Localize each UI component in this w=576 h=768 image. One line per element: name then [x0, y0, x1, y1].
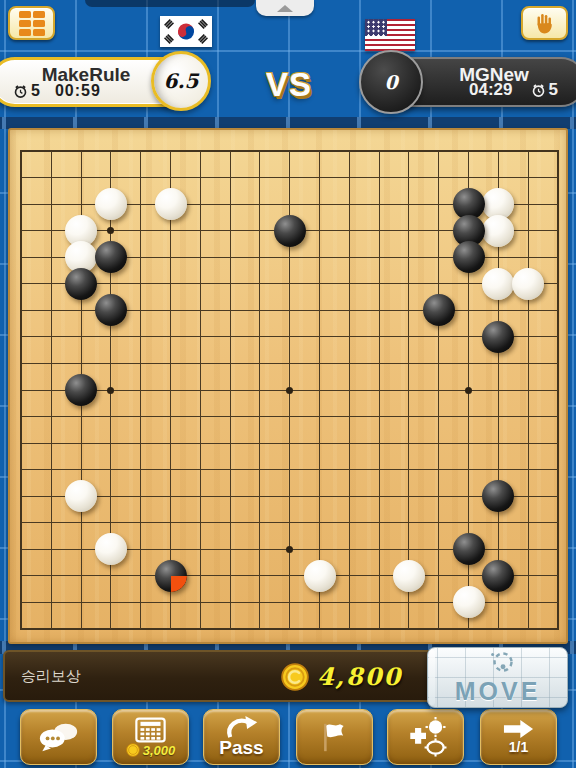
white-stone: [95, 188, 127, 220]
star-point: [465, 387, 472, 394]
plus-stones-icon: [404, 717, 448, 757]
star-point: [286, 387, 293, 394]
chat-bubbles-icon: [38, 721, 80, 754]
grid-menu-icon: [19, 11, 45, 36]
go-game-screen: MakeRule 5 00:59 6.5 VS MGNew 04:29 5 0 …: [0, 0, 576, 768]
raise-hand-button[interactable]: [521, 6, 568, 40]
komi-value: 6.5: [164, 69, 199, 93]
captures-badge: 0: [359, 50, 423, 114]
top-sheet-edge: [85, 0, 255, 7]
coin-icon: [126, 743, 140, 757]
white-stone: [453, 586, 485, 618]
menu-button[interactable]: [8, 6, 55, 40]
white-stone: [155, 188, 187, 220]
resign-button[interactable]: [296, 709, 373, 765]
pull-down-tab[interactable]: [256, 0, 314, 16]
add-stone-button[interactable]: [387, 709, 464, 765]
right-byoyomi-periods: 5: [549, 80, 558, 100]
black-stone: [482, 560, 514, 592]
komi-badge: 6.5: [151, 51, 211, 111]
forward-button[interactable]: 1/1: [480, 709, 557, 765]
alarm-clock-icon: [531, 83, 546, 98]
black-stone: [155, 560, 187, 592]
us-flag-canton: [365, 19, 387, 36]
black-stone: [423, 294, 455, 326]
reward-label: 승리보상: [21, 667, 81, 686]
white-stone: [482, 268, 514, 300]
move-indicator-panel[interactable]: MOVE: [427, 647, 568, 708]
black-stone: [95, 241, 127, 273]
coin-balance: 3,000: [126, 743, 176, 758]
south-korea-flag: [160, 16, 212, 47]
black-stone: [65, 374, 97, 406]
reward-amount: 4,800: [317, 662, 402, 691]
white-stone: [393, 560, 425, 592]
alarm-clock-icon: [13, 84, 28, 99]
right-player-clock: 04:29 5: [469, 80, 558, 100]
vs-label: VS: [250, 66, 328, 104]
black-stone: [95, 294, 127, 326]
left-byoyomi-periods: 5: [31, 82, 40, 100]
left-player-time: 00:59: [55, 82, 101, 100]
chat-button[interactable]: [20, 709, 97, 765]
move-label: MOVE: [428, 677, 567, 706]
right-player-time: 04:29: [469, 80, 512, 100]
white-stone: [482, 215, 514, 247]
black-stone: [453, 533, 485, 565]
calculator-icon: [135, 717, 166, 743]
white-flag-icon: [319, 720, 350, 755]
white-stone: [512, 268, 544, 300]
score-estimate-button[interactable]: 3,000: [112, 709, 189, 765]
coin-icon: [281, 663, 309, 691]
black-stone: [65, 268, 97, 300]
hand-icon: [531, 11, 558, 36]
go-board[interactable]: [8, 128, 568, 644]
captures-value: 0: [384, 71, 397, 93]
arrow-right-icon: [502, 719, 535, 739]
star-point: [286, 546, 293, 553]
black-stone: [453, 241, 485, 273]
move-pattern-icon: [485, 650, 519, 676]
white-stone: [95, 533, 127, 565]
black-stone: [482, 321, 514, 353]
white-stone: [304, 560, 336, 592]
star-point: [107, 387, 114, 394]
black-stone: [274, 215, 306, 247]
chevron-up-icon: [277, 5, 293, 12]
pass-button[interactable]: Pass: [203, 709, 280, 765]
left-player-clock: 5 00:59: [13, 82, 101, 100]
pass-label: Pass: [219, 737, 263, 759]
coin-balance-value: 3,000: [143, 743, 176, 758]
curved-arrow-icon: [224, 716, 260, 738]
united-states-flag: [365, 19, 415, 51]
page-indicator: 1/1: [509, 739, 528, 755]
